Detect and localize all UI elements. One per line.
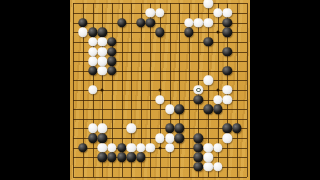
stone-white[interactable] bbox=[98, 143, 107, 152]
star-point bbox=[216, 89, 219, 92]
stone-white[interactable] bbox=[194, 85, 203, 94]
stone-white[interactable] bbox=[107, 143, 116, 152]
stone-black[interactable] bbox=[223, 18, 232, 27]
stone-black[interactable] bbox=[223, 47, 232, 56]
stone-white[interactable] bbox=[213, 95, 222, 104]
stone-white[interactable] bbox=[223, 133, 232, 142]
grid-line-vertical bbox=[179, 3, 180, 176]
stone-black[interactable] bbox=[194, 153, 203, 162]
stone-black[interactable] bbox=[203, 105, 212, 114]
stone-white[interactable] bbox=[146, 143, 155, 152]
stone-black[interactable] bbox=[107, 37, 116, 46]
stone-black[interactable] bbox=[194, 133, 203, 142]
star-point bbox=[101, 89, 104, 92]
stone-white[interactable] bbox=[155, 8, 164, 17]
stone-white[interactable] bbox=[194, 18, 203, 27]
stone-white[interactable] bbox=[126, 124, 135, 133]
stone-black[interactable] bbox=[98, 28, 107, 37]
stone-black[interactable] bbox=[155, 28, 164, 37]
stone-white[interactable] bbox=[165, 143, 174, 152]
stone-black[interactable] bbox=[117, 18, 126, 27]
stone-white[interactable] bbox=[203, 18, 212, 27]
stone-white[interactable] bbox=[88, 124, 97, 133]
stone-white[interactable] bbox=[88, 56, 97, 65]
stone-black[interactable] bbox=[203, 37, 212, 46]
stone-black[interactable] bbox=[194, 95, 203, 104]
stone-black[interactable] bbox=[184, 28, 193, 37]
stone-black[interactable] bbox=[223, 28, 232, 37]
stone-black[interactable] bbox=[78, 143, 87, 152]
stone-white[interactable] bbox=[98, 56, 107, 65]
star-point bbox=[159, 146, 162, 149]
stone-black[interactable] bbox=[213, 105, 222, 114]
stone-black[interactable] bbox=[107, 66, 116, 75]
stone-white[interactable] bbox=[165, 133, 174, 142]
stone-black[interactable] bbox=[165, 124, 174, 133]
screenshot-stage bbox=[0, 0, 320, 180]
stone-white[interactable] bbox=[223, 85, 232, 94]
stone-white[interactable] bbox=[136, 143, 145, 152]
stone-white[interactable] bbox=[203, 143, 212, 152]
star-point bbox=[216, 31, 219, 34]
last-move-marker bbox=[196, 88, 201, 93]
star-point bbox=[159, 89, 162, 92]
stone-white[interactable] bbox=[146, 8, 155, 17]
stone-black[interactable] bbox=[146, 18, 155, 27]
go-board[interactable] bbox=[70, 0, 250, 180]
stone-white[interactable] bbox=[98, 37, 107, 46]
stone-white[interactable] bbox=[126, 143, 135, 152]
stone-black[interactable] bbox=[175, 105, 184, 114]
stone-white[interactable] bbox=[213, 8, 222, 17]
stone-black[interactable] bbox=[98, 153, 107, 162]
stone-black[interactable] bbox=[117, 143, 126, 152]
stone-white[interactable] bbox=[88, 85, 97, 94]
stone-white[interactable] bbox=[98, 47, 107, 56]
stone-black[interactable] bbox=[175, 133, 184, 142]
stone-white[interactable] bbox=[98, 124, 107, 133]
stone-black[interactable] bbox=[107, 153, 116, 162]
stone-black[interactable] bbox=[194, 143, 203, 152]
stone-black[interactable] bbox=[126, 153, 135, 162]
stone-white[interactable] bbox=[203, 162, 212, 171]
stone-white[interactable] bbox=[203, 0, 212, 8]
stone-black[interactable] bbox=[136, 18, 145, 27]
stone-black[interactable] bbox=[223, 124, 232, 133]
stone-white[interactable] bbox=[213, 162, 222, 171]
letterbox-right bbox=[250, 0, 320, 180]
stone-black[interactable] bbox=[107, 47, 116, 56]
stone-white[interactable] bbox=[213, 143, 222, 152]
stone-white[interactable] bbox=[203, 153, 212, 162]
stone-white[interactable] bbox=[88, 37, 97, 46]
stone-black[interactable] bbox=[88, 133, 97, 142]
stone-black[interactable] bbox=[223, 66, 232, 75]
stone-black[interactable] bbox=[194, 162, 203, 171]
stone-black[interactable] bbox=[107, 56, 116, 65]
stone-white[interactable] bbox=[223, 8, 232, 17]
stone-black[interactable] bbox=[78, 18, 87, 27]
grid-line-horizontal bbox=[73, 119, 246, 120]
stone-white[interactable] bbox=[203, 76, 212, 85]
grid-line-vertical bbox=[247, 3, 248, 176]
letterbox-left bbox=[0, 0, 70, 180]
stone-white[interactable] bbox=[78, 28, 87, 37]
stone-black[interactable] bbox=[117, 153, 126, 162]
grid-line-horizontal bbox=[73, 177, 246, 178]
stone-white[interactable] bbox=[155, 95, 164, 104]
grid-line-vertical bbox=[237, 3, 238, 176]
stone-white[interactable] bbox=[98, 66, 107, 75]
stone-black[interactable] bbox=[88, 28, 97, 37]
stone-white[interactable] bbox=[165, 105, 174, 114]
stone-black[interactable] bbox=[175, 124, 184, 133]
stone-white[interactable] bbox=[155, 133, 164, 142]
stone-white[interactable] bbox=[223, 95, 232, 104]
stone-black[interactable] bbox=[232, 124, 241, 133]
stone-black[interactable] bbox=[88, 66, 97, 75]
stone-white[interactable] bbox=[184, 18, 193, 27]
stone-black[interactable] bbox=[98, 133, 107, 142]
stone-black[interactable] bbox=[136, 153, 145, 162]
stone-white[interactable] bbox=[88, 47, 97, 56]
